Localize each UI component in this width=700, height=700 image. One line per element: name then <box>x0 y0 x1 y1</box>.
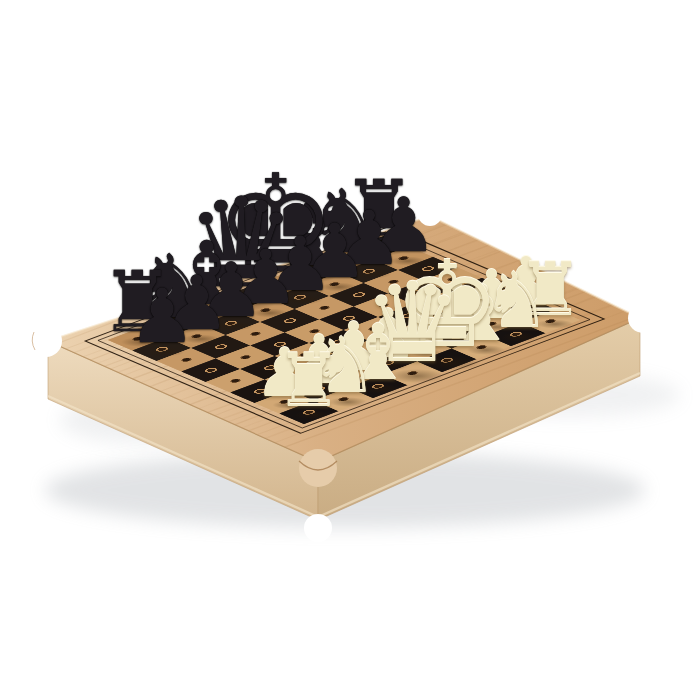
product-photo-stage: ♜♞♝♛♚♝♞♜♟♟♟♟♟♟♟♟♟♟♟♟♟♟♟♟♜♞♝♛♚♝♞♜ <box>0 0 700 700</box>
